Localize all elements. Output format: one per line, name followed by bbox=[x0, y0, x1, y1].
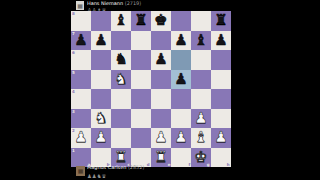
square-h7[interactable]: ♟ bbox=[211, 31, 231, 51]
rank-label-2: 2 bbox=[72, 129, 75, 133]
square-b3[interactable]: ♞ bbox=[91, 109, 111, 129]
square-g6[interactable] bbox=[191, 50, 211, 70]
square-h3[interactable] bbox=[211, 109, 231, 129]
bottom-player-name-text: Magnus Carlsen bbox=[87, 164, 126, 170]
square-f2[interactable]: ♟ bbox=[171, 128, 191, 148]
square-c2[interactable] bbox=[111, 128, 131, 148]
square-g4[interactable] bbox=[191, 89, 211, 109]
square-f3[interactable] bbox=[171, 109, 191, 129]
piece-black-pawn[interactable]: ♟ bbox=[171, 31, 191, 51]
square-c3[interactable] bbox=[111, 109, 131, 129]
piece-white-pawn[interactable]: ♟ bbox=[191, 109, 211, 129]
piece-black-rook[interactable]: ♜ bbox=[131, 11, 151, 31]
square-b4[interactable] bbox=[91, 89, 111, 109]
square-f5[interactable]: ♟ bbox=[171, 70, 191, 90]
piece-black-pawn[interactable]: ♟ bbox=[171, 70, 191, 90]
rank-label-3: 3 bbox=[72, 110, 75, 114]
piece-black-king[interactable]: ♚ bbox=[151, 11, 171, 31]
square-b2[interactable]: ♟ bbox=[91, 128, 111, 148]
piece-black-pawn[interactable]: ♟ bbox=[151, 50, 171, 70]
square-a3[interactable]: 3 bbox=[71, 109, 91, 129]
square-b6[interactable] bbox=[91, 50, 111, 70]
square-g8[interactable] bbox=[191, 11, 211, 31]
square-g3[interactable]: ♟ bbox=[191, 109, 211, 129]
square-g7[interactable]: ♝ bbox=[191, 31, 211, 51]
square-d6[interactable] bbox=[131, 50, 151, 70]
square-e3[interactable] bbox=[151, 109, 171, 129]
piece-black-bishop[interactable]: ♝ bbox=[111, 11, 131, 31]
square-f7[interactable]: ♟ bbox=[171, 31, 191, 51]
bottom-player-rating: (2852) bbox=[128, 164, 144, 170]
rank-label-7: 7 bbox=[72, 32, 75, 36]
square-d4[interactable] bbox=[131, 89, 151, 109]
square-c7[interactable] bbox=[111, 31, 131, 51]
square-h5[interactable] bbox=[211, 70, 231, 90]
square-d8[interactable]: ♜ bbox=[131, 11, 151, 31]
rank-label-6: 6 bbox=[72, 51, 75, 55]
piece-white-pawn[interactable]: ♟ bbox=[171, 128, 191, 148]
square-f6[interactable] bbox=[171, 50, 191, 70]
square-d7[interactable] bbox=[131, 31, 151, 51]
rank-label-1: 1 bbox=[72, 149, 75, 153]
square-b5[interactable] bbox=[91, 70, 111, 90]
square-d3[interactable] bbox=[131, 109, 151, 129]
video-frame: ▦ Hans Niemann(2719) ♙♙♗♕ 8♝♜♚♜7♟♟♟♝♟6♞♟… bbox=[0, 0, 320, 180]
square-e4[interactable] bbox=[151, 89, 171, 109]
square-a5[interactable]: 5 bbox=[71, 70, 91, 90]
top-player-bar: ▦ Hans Niemann(2719) ♙♙♗♕ bbox=[71, 0, 231, 11]
piece-black-rook[interactable]: ♜ bbox=[211, 11, 231, 31]
piece-white-pawn[interactable]: ♟ bbox=[91, 128, 111, 148]
square-h8[interactable]: ♜ bbox=[211, 11, 231, 31]
square-a7[interactable]: 7♟ bbox=[71, 31, 91, 51]
top-player-rating: (2719) bbox=[125, 0, 141, 6]
square-a2[interactable]: 2♟ bbox=[71, 128, 91, 148]
square-d5[interactable] bbox=[131, 70, 151, 90]
square-g2[interactable]: ♝ bbox=[191, 128, 211, 148]
chess-board: 8♝♜♚♜7♟♟♟♝♟6♞♟5♞♟43♞♟2♟♟♟♟♝♟1abc♜de♜fg♚h bbox=[71, 11, 231, 167]
piece-white-knight[interactable]: ♞ bbox=[111, 70, 131, 90]
top-player-avatar[interactable]: ▦ bbox=[76, 1, 84, 10]
piece-white-pawn[interactable]: ♟ bbox=[151, 128, 171, 148]
square-e8[interactable]: ♚ bbox=[151, 11, 171, 31]
piece-black-pawn[interactable]: ♟ bbox=[211, 31, 231, 51]
bottom-player-name: Magnus Carlsen(2852) bbox=[87, 165, 144, 170]
square-b8[interactable] bbox=[91, 11, 111, 31]
bottom-player-bar: ▦ Magnus Carlsen(2852) ♟♟♞♛ bbox=[71, 164, 231, 180]
square-d2[interactable] bbox=[131, 128, 151, 148]
square-f8[interactable] bbox=[171, 11, 191, 31]
piece-black-pawn[interactable]: ♟ bbox=[91, 31, 111, 51]
bottom-captured-pieces: ♟♟♞♛ bbox=[87, 173, 106, 178]
square-a8[interactable]: 8 bbox=[71, 11, 91, 31]
square-a6[interactable]: 6 bbox=[71, 50, 91, 70]
piece-black-knight[interactable]: ♞ bbox=[111, 50, 131, 70]
square-e6[interactable]: ♟ bbox=[151, 50, 171, 70]
square-b7[interactable]: ♟ bbox=[91, 31, 111, 51]
piece-white-bishop[interactable]: ♝ bbox=[191, 128, 211, 148]
piece-white-knight[interactable]: ♞ bbox=[91, 109, 111, 129]
rank-label-5: 5 bbox=[72, 71, 75, 75]
top-player-name-text: Hans Niemann bbox=[87, 0, 123, 6]
square-h2[interactable]: ♟ bbox=[211, 128, 231, 148]
piece-black-bishop[interactable]: ♝ bbox=[191, 31, 211, 51]
square-c8[interactable]: ♝ bbox=[111, 11, 131, 31]
rank-label-8: 8 bbox=[72, 12, 75, 16]
square-c4[interactable] bbox=[111, 89, 131, 109]
square-h6[interactable] bbox=[211, 50, 231, 70]
square-g5[interactable] bbox=[191, 70, 211, 90]
square-c6[interactable]: ♞ bbox=[111, 50, 131, 70]
bottom-player-avatar[interactable]: ▦ bbox=[76, 166, 85, 176]
piece-white-pawn[interactable]: ♟ bbox=[211, 128, 231, 148]
square-e7[interactable] bbox=[151, 31, 171, 51]
square-e2[interactable]: ♟ bbox=[151, 128, 171, 148]
square-a4[interactable]: 4 bbox=[71, 89, 91, 109]
square-f4[interactable] bbox=[171, 89, 191, 109]
square-e5[interactable] bbox=[151, 70, 171, 90]
rank-label-4: 4 bbox=[72, 90, 75, 94]
square-h4[interactable] bbox=[211, 89, 231, 109]
square-c5[interactable]: ♞ bbox=[111, 70, 131, 90]
